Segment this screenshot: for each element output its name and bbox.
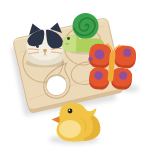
- toy-scene: [0, 0, 150, 150]
- chick-beak: [52, 116, 61, 124]
- chick-eye: [68, 109, 73, 114]
- chick-eye-glint: [69, 110, 71, 112]
- cat-left-eye: [36, 45, 39, 48]
- snail-eye: [67, 37, 70, 40]
- cat-right-eye: [52, 44, 55, 47]
- product-photo: [0, 0, 150, 150]
- cat-piece[interactable]: [26, 23, 65, 68]
- chick-breast: [59, 120, 81, 138]
